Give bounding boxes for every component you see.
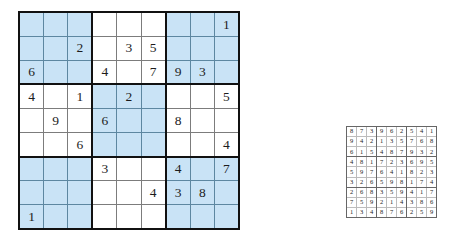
- puzzle-cell-r4c9[interactable]: 5: [215, 85, 238, 108]
- puzzle-box-6: 584: [167, 85, 238, 155]
- solution-cell-r9c7: 2: [407, 208, 416, 217]
- puzzle-cell-r6c7[interactable]: [167, 133, 190, 156]
- solution-cell-r3c5: 8: [387, 147, 396, 156]
- solution-cell-r9c4: 8: [377, 208, 386, 217]
- solution-cell-r4c7: 6: [407, 157, 416, 166]
- puzzle-cell-r8c1[interactable]: [20, 181, 43, 204]
- solution-cell-r9c2: 3: [357, 208, 366, 217]
- solution-box-7: 268759134: [347, 188, 376, 217]
- solution-box-4: 481597326: [347, 157, 376, 186]
- solution-cell-r7c4: 3: [377, 188, 386, 197]
- puzzle-cell-r6c8[interactable]: [191, 133, 214, 156]
- puzzle-cell-r1c7[interactable]: [167, 13, 190, 36]
- puzzle-cell-r2c4[interactable]: [93, 37, 116, 60]
- puzzle-cell-r5c6[interactable]: [142, 109, 165, 132]
- puzzle-cell-r8c8[interactable]: 8: [191, 181, 214, 204]
- puzzle-cell-r5c1[interactable]: [20, 109, 43, 132]
- puzzle-cell-r4c3[interactable]: 1: [68, 85, 91, 108]
- solution-cell-r2c1: 9: [347, 137, 356, 146]
- solution-cell-r8c7: 3: [407, 198, 416, 207]
- puzzle-cell-r6c6[interactable]: [142, 133, 165, 156]
- solution-cell-r1c3: 3: [367, 127, 376, 136]
- solution-cell-r1c2: 7: [357, 127, 366, 136]
- puzzle-cell-r9c9[interactable]: [215, 205, 238, 228]
- solution-cell-r6c7: 1: [407, 178, 416, 187]
- solution-cell-r7c1: 2: [347, 188, 356, 197]
- solution-box-9: 417386259: [407, 188, 436, 217]
- solution-cell-r1c1: 8: [347, 127, 356, 136]
- solution-cell-r3c6: 7: [397, 147, 406, 156]
- puzzle-cell-r7c9[interactable]: 7: [215, 158, 238, 181]
- puzzle-cell-r7c4[interactable]: 3: [93, 158, 116, 181]
- puzzle-cell-r4c5[interactable]: 2: [117, 85, 140, 108]
- solution-cell-r8c8: 8: [417, 198, 426, 207]
- solution-cell-r2c8: 6: [417, 137, 426, 146]
- puzzle-box-1: 26: [20, 13, 91, 83]
- solution-cell-r4c2: 8: [357, 157, 366, 166]
- puzzle-box-5: 26: [93, 85, 164, 155]
- puzzle-cell-r4c2[interactable]: [44, 85, 67, 108]
- puzzle-cell-r2c9[interactable]: [215, 37, 238, 60]
- puzzle-cell-r3c7[interactable]: 9: [167, 61, 190, 84]
- puzzle-cell-r2c1[interactable]: [20, 37, 43, 60]
- solution-cell-r6c3: 6: [367, 178, 376, 187]
- puzzle-cell-r7c6[interactable]: [142, 158, 165, 181]
- puzzle-cell-r8c6[interactable]: 4: [142, 181, 165, 204]
- puzzle-cell-r8c9[interactable]: [215, 181, 238, 204]
- puzzle-cell-r1c2[interactable]: [44, 13, 67, 36]
- puzzle-cell-r9c8[interactable]: [191, 205, 214, 228]
- solution-cell-r3c8: 3: [417, 147, 426, 156]
- solution-cell-r1c8: 4: [417, 127, 426, 136]
- puzzle-cell-r4c4[interactable]: [93, 85, 116, 108]
- puzzle-cell-r9c6[interactable]: [142, 205, 165, 228]
- solution-cell-r6c4: 5: [377, 178, 386, 187]
- solution-cell-r4c1: 4: [347, 157, 356, 166]
- puzzle-cell-r3c6[interactable]: 7: [142, 61, 165, 84]
- solution-cell-r3c1: 6: [347, 147, 356, 156]
- puzzle-box-4: 4196: [20, 85, 91, 155]
- solution-cell-r6c6: 8: [397, 178, 406, 187]
- puzzle-cell-r7c7[interactable]: 4: [167, 158, 190, 181]
- solution-cell-r9c5: 7: [387, 208, 396, 217]
- puzzle-cell-r1c5[interactable]: [117, 13, 140, 36]
- puzzle-cell-r4c7[interactable]: [167, 85, 190, 108]
- solution-cell-r4c8: 9: [417, 157, 426, 166]
- solution-cell-r8c3: 9: [367, 198, 376, 207]
- solution-box-1: 873942615: [347, 127, 376, 156]
- solution-cell-r3c3: 5: [367, 147, 376, 156]
- solution-cell-r6c2: 2: [357, 178, 366, 187]
- solution-cell-r2c9: 8: [427, 137, 436, 146]
- solution-cell-r9c6: 6: [397, 208, 406, 217]
- solution-cell-r5c5: 4: [387, 167, 396, 176]
- solution-cell-r2c6: 5: [397, 137, 406, 146]
- solution-cell-r7c3: 8: [367, 188, 376, 197]
- solution-cell-r5c8: 2: [417, 167, 426, 176]
- puzzle-box-2: 3547: [93, 13, 164, 83]
- solution-cell-r4c3: 1: [367, 157, 376, 166]
- solution-cell-r1c9: 1: [427, 127, 436, 136]
- solution-cell-r1c6: 2: [397, 127, 406, 136]
- solution-cell-r1c7: 5: [407, 127, 416, 136]
- solution-cell-r8c4: 2: [377, 198, 386, 207]
- solution-cell-r6c9: 4: [427, 178, 436, 187]
- puzzle-cell-r7c3[interactable]: [68, 158, 91, 181]
- solution-cell-r7c8: 1: [417, 188, 426, 197]
- puzzle-cell-r2c5[interactable]: 3: [117, 37, 140, 60]
- puzzle-cell-r3c4[interactable]: 4: [93, 61, 116, 84]
- puzzle-cell-r6c5[interactable]: [117, 133, 140, 156]
- puzzle-cell-r9c4[interactable]: [93, 205, 116, 228]
- solution-cell-r8c5: 1: [387, 198, 396, 207]
- puzzle-box-9: 4738: [167, 158, 238, 228]
- puzzle-cell-r8c5[interactable]: [117, 181, 140, 204]
- solution-cell-r7c9: 7: [427, 188, 436, 197]
- solution-cell-r5c3: 7: [367, 167, 376, 176]
- puzzle-cell-r5c5[interactable]: [117, 109, 140, 132]
- puzzle-cell-r1c4[interactable]: [93, 13, 116, 36]
- solution-cell-r9c1: 1: [347, 208, 356, 217]
- puzzle-cell-r3c5[interactable]: [117, 61, 140, 84]
- sudoku-page: 2635471934196265841344738 87394261596213…: [0, 0, 470, 235]
- puzzle-cell-r9c2[interactable]: [44, 205, 67, 228]
- solution-cell-r7c6: 9: [397, 188, 406, 197]
- puzzle-box-8: 34: [93, 158, 164, 228]
- puzzle-cell-r4c8[interactable]: [191, 85, 214, 108]
- puzzle-cell-r5c7[interactable]: 8: [167, 109, 190, 132]
- solution-cell-r1c5: 6: [387, 127, 396, 136]
- puzzle-cell-r8c3[interactable]: [68, 181, 91, 204]
- puzzle-cell-r6c9[interactable]: 4: [215, 133, 238, 156]
- puzzle-cell-r5c3[interactable]: [68, 109, 91, 132]
- puzzle-cell-r1c8[interactable]: [191, 13, 214, 36]
- puzzle-cell-r3c3[interactable]: [68, 61, 91, 84]
- solution-cell-r6c8: 7: [417, 178, 426, 187]
- solution-cell-r9c9: 9: [427, 208, 436, 217]
- puzzle-box-7: 1: [20, 158, 91, 228]
- puzzle-cell-r6c1[interactable]: [20, 133, 43, 156]
- solution-cell-r8c1: 7: [347, 198, 356, 207]
- puzzle-cell-r6c2[interactable]: [44, 133, 67, 156]
- solution-cell-r4c9: 5: [427, 157, 436, 166]
- puzzle-cell-r8c7[interactable]: 3: [167, 181, 190, 204]
- solution-cell-r6c1: 3: [347, 178, 356, 187]
- puzzle-cell-r7c8[interactable]: [191, 158, 214, 181]
- puzzle-cell-r5c8[interactable]: [191, 109, 214, 132]
- puzzle-cell-r5c2[interactable]: 9: [44, 109, 67, 132]
- solution-cell-r5c1: 5: [347, 167, 356, 176]
- solution-cell-r1c4: 9: [377, 127, 386, 136]
- solution-cell-r5c4: 6: [377, 167, 386, 176]
- solution-cell-r7c5: 5: [387, 188, 396, 197]
- solution-box-6: 695823174: [407, 157, 436, 186]
- solution-cell-r2c2: 4: [357, 137, 366, 146]
- solution-cell-r7c7: 4: [407, 188, 416, 197]
- solution-cell-r3c7: 9: [407, 147, 416, 156]
- puzzle-cell-r4c6[interactable]: [142, 85, 165, 108]
- puzzle-cell-r1c3[interactable]: [68, 13, 91, 36]
- solution-cell-r5c2: 9: [357, 167, 366, 176]
- puzzle-cell-r9c7[interactable]: [167, 205, 190, 228]
- solution-cell-r3c2: 1: [357, 147, 366, 156]
- solution-box-2: 962135487: [377, 127, 406, 156]
- solution-cell-r3c4: 4: [377, 147, 386, 156]
- puzzle-cell-r4c1[interactable]: 4: [20, 85, 43, 108]
- solution-cell-r6c5: 9: [387, 178, 396, 187]
- puzzle-cell-r2c6[interactable]: 5: [142, 37, 165, 60]
- solution-box-8: 359214876: [377, 188, 406, 217]
- puzzle-cell-r7c5[interactable]: [117, 158, 140, 181]
- puzzle-cell-r3c2[interactable]: [44, 61, 67, 84]
- puzzle-cell-r9c1[interactable]: 1: [20, 205, 43, 228]
- solution-cell-r2c4: 1: [377, 137, 386, 146]
- puzzle-cell-r3c8[interactable]: 3: [191, 61, 214, 84]
- puzzle-cell-r8c2[interactable]: [44, 181, 67, 204]
- puzzle-cell-r3c9[interactable]: [215, 61, 238, 84]
- puzzle-cell-r7c2[interactable]: [44, 158, 67, 181]
- puzzle-cell-r9c5[interactable]: [117, 205, 140, 228]
- solution-cell-r5c6: 1: [397, 167, 406, 176]
- solution-cell-r9c8: 5: [417, 208, 426, 217]
- solution-cell-r4c4: 7: [377, 157, 386, 166]
- puzzle-cell-r2c8[interactable]: [191, 37, 214, 60]
- solution-board: 8739426159621354875417689324815973267236…: [346, 126, 437, 218]
- puzzle-cell-r3c1[interactable]: 6: [20, 61, 43, 84]
- solution-cell-r2c7: 7: [407, 137, 416, 146]
- puzzle-cell-r1c9[interactable]: 1: [215, 13, 238, 36]
- puzzle-cell-r2c7[interactable]: [167, 37, 190, 60]
- puzzle-cell-r1c1[interactable]: [20, 13, 43, 36]
- solution-cell-r2c3: 2: [367, 137, 376, 146]
- puzzle-cell-r1c6[interactable]: [142, 13, 165, 36]
- solution-cell-r4c5: 2: [387, 157, 396, 166]
- solution-cell-r5c7: 8: [407, 167, 416, 176]
- solution-cell-r4c6: 3: [397, 157, 406, 166]
- solution-cell-r8c9: 6: [427, 198, 436, 207]
- puzzle-box-3: 193: [167, 13, 238, 83]
- solution-box-5: 723641598: [377, 157, 406, 186]
- puzzle-cell-r2c3[interactable]: 2: [68, 37, 91, 60]
- puzzle-cell-r6c4[interactable]: [93, 133, 116, 156]
- puzzle-cell-r6c3[interactable]: 6: [68, 133, 91, 156]
- puzzle-cell-r8c4[interactable]: [93, 181, 116, 204]
- puzzle-cell-r5c4[interactable]: 6: [93, 109, 116, 132]
- solution-cell-r8c2: 5: [357, 198, 366, 207]
- solution-cell-r9c3: 4: [367, 208, 376, 217]
- solution-box-3: 541768932: [407, 127, 436, 156]
- solution-cell-r2c5: 3: [387, 137, 396, 146]
- puzzle-board: 2635471934196265841344738: [18, 11, 240, 230]
- puzzle-cell-r2c2[interactable]: [44, 37, 67, 60]
- puzzle-cell-r9c3[interactable]: [68, 205, 91, 228]
- solution-cell-r8c6: 4: [397, 198, 406, 207]
- puzzle-cell-r5c9[interactable]: [215, 109, 238, 132]
- puzzle-cell-r7c1[interactable]: [20, 158, 43, 181]
- solution-cell-r3c9: 2: [427, 147, 436, 156]
- solution-cell-r5c9: 3: [427, 167, 436, 176]
- solution-cell-r7c2: 6: [357, 188, 366, 197]
